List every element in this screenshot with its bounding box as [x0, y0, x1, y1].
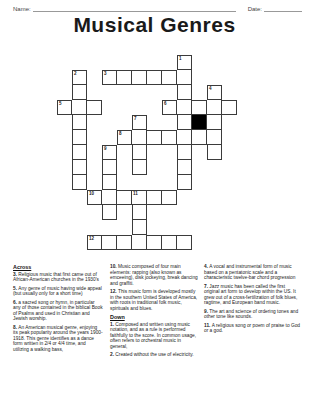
cell-number-1: 1	[179, 56, 182, 61]
cell-r10-c3[interactable]	[102, 205, 117, 220]
cell-r1-c6[interactable]	[147, 70, 162, 85]
cell-r5-c9[interactable]	[192, 130, 207, 145]
cell-r4-c8[interactable]	[177, 115, 192, 130]
cell-number-10: 10	[89, 191, 94, 196]
cell-r6-c5[interactable]	[132, 145, 147, 160]
cell-r1-c4[interactable]	[117, 70, 132, 85]
cell-r5-c1[interactable]	[72, 130, 87, 145]
cell-r9-c4[interactable]	[117, 190, 132, 205]
cell-r3-c8[interactable]	[177, 100, 192, 115]
cell-r7-c1[interactable]	[72, 160, 87, 175]
cell-r12-c4[interactable]	[117, 235, 132, 250]
name-input-line	[33, 4, 236, 12]
clue-down-7: 7. Jazz music has been called the first …	[204, 284, 301, 306]
clue-across-6: 6. a sacred song or hymn, in particular …	[13, 300, 103, 322]
clue-across-12: 12. This music form is developed mostly …	[110, 289, 198, 311]
cell-r9-c3[interactable]	[102, 190, 117, 205]
down-header: Down	[110, 314, 198, 320]
cell-r12-c2[interactable]: 12	[87, 235, 102, 250]
cell-number-8: 8	[119, 131, 122, 136]
cell-r5-c10[interactable]	[207, 130, 222, 145]
across-header: Across	[13, 264, 103, 270]
name-date-row: Name: Date:	[13, 4, 302, 12]
cell-r4-c1[interactable]	[72, 115, 87, 130]
cell-r3-c7[interactable]: 6	[162, 100, 177, 115]
cell-r1-c5[interactable]	[132, 70, 147, 85]
cell-r8-c1[interactable]	[72, 175, 87, 190]
cell-r6-c3[interactable]: 9	[102, 145, 117, 160]
clue-column-2: 10. Music composed of four main elements…	[110, 264, 198, 361]
cell-r9-c2[interactable]: 10	[87, 190, 102, 205]
cell-number-5: 5	[59, 101, 62, 106]
clue-down-9: 9. The art and science of ordering tones…	[204, 309, 301, 320]
cell-number-12: 12	[89, 236, 94, 241]
cell-r9-c6[interactable]	[147, 190, 162, 205]
crossword-grid: 123456789101112	[57, 55, 237, 250]
cell-r0-c8[interactable]: 1	[177, 55, 192, 70]
cell-r12-c6[interactable]	[147, 235, 162, 250]
clue-down-11: 11. A religious song or poem of praise t…	[204, 323, 301, 334]
cell-r1-c8[interactable]	[177, 70, 192, 85]
cell-r9-c7[interactable]	[162, 190, 177, 205]
clue-down-2: 2. Created without the use of electricit…	[110, 352, 198, 358]
cell-r12-c7[interactable]	[162, 235, 177, 250]
cell-r3-c2[interactable]	[87, 100, 102, 115]
cell-r5-c6[interactable]	[147, 130, 162, 145]
clue-across-10: 10. Music composed of four main elements…	[110, 264, 198, 286]
cell-r3-c11[interactable]	[222, 100, 237, 115]
cell-r6-c10[interactable]	[207, 145, 222, 160]
cell-number-11: 11	[133, 191, 138, 196]
cell-r11-c5[interactable]	[132, 220, 147, 235]
clue-across-3: 3. Religious music that first came out o…	[13, 272, 103, 283]
cell-r8-c3[interactable]	[102, 175, 117, 190]
cell-r1-c7[interactable]	[162, 70, 177, 85]
cell-r6-c1[interactable]	[72, 145, 87, 160]
cell-r5-c8[interactable]	[177, 130, 192, 145]
cell-r7-c3[interactable]	[102, 160, 117, 175]
cell-r1-c3[interactable]: 3	[102, 70, 117, 85]
cell-r5-c4[interactable]: 8	[117, 130, 132, 145]
cell-number-4: 4	[209, 86, 212, 91]
clue-across-5: 5. Any genre of music having wide appeal…	[13, 286, 103, 297]
cell-r6-c8[interactable]	[177, 145, 192, 160]
cell-r5-c5[interactable]	[132, 130, 147, 145]
clue-down-4: 4. A vocal and instrumental form of musi…	[204, 264, 301, 281]
date-input-line	[264, 4, 302, 12]
cell-r7-c5[interactable]	[132, 160, 147, 175]
cell-number-3: 3	[104, 71, 107, 76]
cell-r12-c5[interactable]	[132, 235, 147, 250]
clue-section: Across3. Religious music that first came…	[13, 264, 301, 361]
clue-down-1: 1. Composed and written using music nota…	[110, 322, 198, 350]
cell-r2-c10[interactable]: 4	[207, 85, 222, 100]
clue-column-3: 4. A vocal and instrumental form of musi…	[204, 264, 301, 361]
cell-r7-c8[interactable]	[177, 160, 192, 175]
cell-r3-c10[interactable]	[207, 100, 222, 115]
cell-r5-c7[interactable]	[162, 130, 177, 145]
cell-r12-c3[interactable]	[102, 235, 117, 250]
cell-r3-c0[interactable]: 5	[57, 100, 72, 115]
cell-r8-c8[interactable]	[177, 175, 192, 190]
cell-number-7: 7	[134, 116, 137, 121]
cell-r4-c5[interactable]: 7	[132, 115, 147, 130]
cell-number-6: 6	[164, 101, 167, 106]
clue-column-1: Across3. Religious music that first came…	[13, 264, 103, 361]
cell-r2-c1[interactable]	[72, 85, 87, 100]
page-title: Musical Genres	[0, 13, 309, 37]
cell-r3-c9[interactable]	[192, 100, 207, 115]
name-label: Name:	[13, 6, 31, 12]
cell-r1-c1[interactable]: 2	[72, 70, 87, 85]
cell-r4-c10[interactable]	[207, 115, 222, 130]
cell-r2-c8[interactable]	[177, 85, 192, 100]
cell-number-9: 9	[104, 146, 107, 151]
cell-r12-c8[interactable]	[177, 235, 192, 250]
cell-number-2: 2	[74, 71, 77, 76]
clue-across-8: 8. An American musical genre, enjoying i…	[13, 325, 103, 353]
cell-r9-c5[interactable]: 11	[132, 190, 147, 205]
cell-r10-c5[interactable]	[132, 205, 147, 220]
date-label: Date:	[248, 6, 262, 12]
cell-r3-c1[interactable]	[72, 100, 87, 115]
black-cell-r4-c9	[192, 115, 207, 130]
